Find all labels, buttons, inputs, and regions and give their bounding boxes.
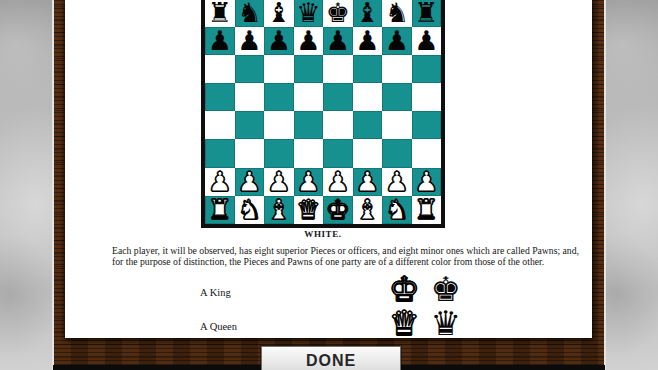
white-bishop: ♝ <box>355 196 379 224</box>
square-f2: ♟ <box>353 168 383 196</box>
square-f8: ♝ <box>353 0 383 27</box>
marble-background-right <box>606 0 658 370</box>
white-queen: ♛ <box>296 196 320 224</box>
white-pawn: ♟ <box>355 168 379 196</box>
square-a7: ♟ <box>205 27 235 55</box>
square-b7: ♟ <box>235 27 265 55</box>
white-pawn: ♟ <box>414 168 438 196</box>
white-pawn: ♟ <box>267 168 291 196</box>
black-rook: ♜ <box>414 0 438 27</box>
square-a2: ♟ <box>205 168 235 196</box>
black-pawn: ♟ <box>208 27 232 55</box>
white-king: ♚ <box>326 196 350 224</box>
white-pawn: ♟ <box>237 168 261 196</box>
square-a4 <box>205 111 235 139</box>
square-b6 <box>235 55 265 83</box>
square-c1: ♝ <box>264 196 294 224</box>
square-c5 <box>264 83 294 111</box>
black-queen-icon: ♛ <box>430 308 460 338</box>
square-c4 <box>264 111 294 139</box>
square-g3 <box>382 139 412 167</box>
white-pawn: ♟ <box>326 168 350 196</box>
square-e4 <box>323 111 353 139</box>
square-h6 <box>412 55 442 83</box>
square-d5 <box>294 83 324 111</box>
intro-paragraph: Each player, it will be observed, has ei… <box>112 245 549 268</box>
square-c2: ♟ <box>264 168 294 196</box>
square-b4 <box>235 111 265 139</box>
square-a5 <box>205 83 235 111</box>
screen: ♜♞♝♛♚♝♞♜♟♟♟♟♟♟♟♟♟♟♟♟♟♟♟♟♜♞♝♛♚♝♞♜ WHITE. … <box>0 0 658 370</box>
square-b8: ♞ <box>235 0 265 27</box>
square-e6 <box>323 55 353 83</box>
square-f5 <box>353 83 383 111</box>
black-pawn: ♟ <box>296 27 320 55</box>
square-g5 <box>382 83 412 111</box>
black-pawn: ♟ <box>326 27 350 55</box>
chess-board: ♜♞♝♛♚♝♞♜♟♟♟♟♟♟♟♟♟♟♟♟♟♟♟♟♜♞♝♛♚♝♞♜ <box>201 0 445 228</box>
square-f4 <box>353 111 383 139</box>
square-d6 <box>294 55 324 83</box>
square-h2: ♟ <box>412 168 442 196</box>
white-rook: ♜ <box>208 196 232 224</box>
square-a1: ♜ <box>205 196 235 224</box>
king-glyphs: ♚ ♚ <box>389 274 461 304</box>
square-f6 <box>353 55 383 83</box>
white-pawn: ♟ <box>385 168 409 196</box>
square-g6 <box>382 55 412 83</box>
square-b5 <box>235 83 265 111</box>
white-knight: ♞ <box>237 196 261 224</box>
white-pawn: ♟ <box>208 168 232 196</box>
white-queen-icon: ♛ <box>389 308 419 338</box>
divider-right <box>604 0 606 370</box>
square-g1: ♞ <box>382 196 412 224</box>
black-pawn: ♟ <box>414 27 438 55</box>
divider-left <box>52 0 54 370</box>
intro-line-1: Each player, it will be observed, has ei… <box>112 245 549 256</box>
square-g8: ♞ <box>382 0 412 27</box>
white-king-icon: ♚ <box>389 274 419 304</box>
black-queen: ♛ <box>296 0 320 27</box>
square-c7: ♟ <box>264 27 294 55</box>
king-row-label: A King <box>200 287 231 298</box>
square-e2: ♟ <box>323 168 353 196</box>
black-king: ♚ <box>326 0 350 27</box>
square-a6 <box>205 55 235 83</box>
square-e7: ♟ <box>323 27 353 55</box>
square-h8: ♜ <box>412 0 442 27</box>
square-h7: ♟ <box>412 27 442 55</box>
black-bishop: ♝ <box>267 0 291 27</box>
black-pawn: ♟ <box>237 27 261 55</box>
black-pawn: ♟ <box>267 27 291 55</box>
square-f7: ♟ <box>353 27 383 55</box>
intro-line-2: for the purpose of distinction, the Piec… <box>112 256 549 267</box>
queen-glyphs: ♛ ♛ <box>389 308 461 338</box>
square-b1: ♞ <box>235 196 265 224</box>
square-f3 <box>353 139 383 167</box>
white-rook: ♜ <box>414 196 438 224</box>
black-bishop: ♝ <box>355 0 379 27</box>
square-d1: ♛ <box>294 196 324 224</box>
black-pawn: ♟ <box>355 27 379 55</box>
marble-background-left <box>0 0 52 370</box>
queen-row-label: A Queen <box>200 321 237 332</box>
white-pawn: ♟ <box>296 168 320 196</box>
square-a8: ♜ <box>205 0 235 27</box>
square-c3 <box>264 139 294 167</box>
square-h4 <box>412 111 442 139</box>
square-g7: ♟ <box>382 27 412 55</box>
white-bishop: ♝ <box>267 196 291 224</box>
black-knight: ♞ <box>237 0 261 27</box>
board-caption: WHITE. <box>201 229 445 239</box>
square-d3 <box>294 139 324 167</box>
done-button[interactable]: DONE <box>261 346 401 370</box>
black-pawn: ♟ <box>385 27 409 55</box>
square-e8: ♚ <box>323 0 353 27</box>
square-h5 <box>412 83 442 111</box>
square-g2: ♟ <box>382 168 412 196</box>
square-b2: ♟ <box>235 168 265 196</box>
square-h1: ♜ <box>412 196 442 224</box>
square-d4 <box>294 111 324 139</box>
square-e5 <box>323 83 353 111</box>
square-d8: ♛ <box>294 0 324 27</box>
square-c6 <box>264 55 294 83</box>
square-h3 <box>412 139 442 167</box>
black-king-icon: ♚ <box>430 274 460 304</box>
square-e3 <box>323 139 353 167</box>
square-d7: ♟ <box>294 27 324 55</box>
black-rook: ♜ <box>208 0 232 27</box>
square-f1: ♝ <box>353 196 383 224</box>
square-e1: ♚ <box>323 196 353 224</box>
square-g4 <box>382 111 412 139</box>
black-knight: ♞ <box>385 0 409 27</box>
square-d2: ♟ <box>294 168 324 196</box>
square-c8: ♝ <box>264 0 294 27</box>
white-knight: ♞ <box>385 196 409 224</box>
square-a3 <box>205 139 235 167</box>
square-b3 <box>235 139 265 167</box>
